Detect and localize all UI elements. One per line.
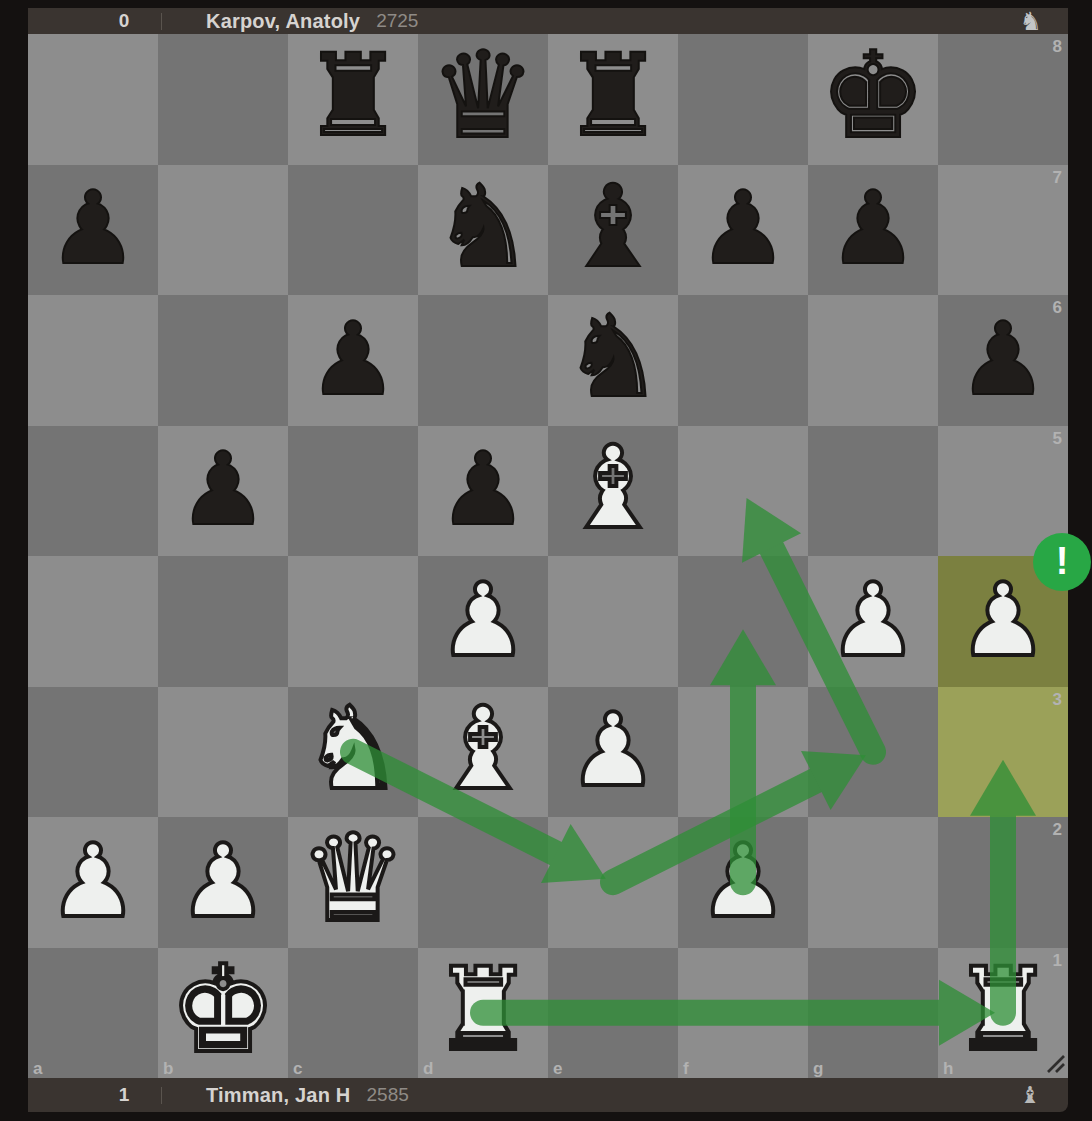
file-label-b: b bbox=[163, 1060, 173, 1077]
square-g2[interactable] bbox=[808, 817, 938, 948]
black-pawn: ♟ bbox=[48, 178, 139, 279]
white-rook: ♜ bbox=[432, 953, 534, 1067]
square-c5[interactable] bbox=[288, 426, 418, 557]
white-pawn: ♟ bbox=[568, 700, 659, 801]
top-player-score: 0 bbox=[116, 10, 132, 32]
square-a1[interactable]: a bbox=[28, 948, 158, 1079]
white-pawn: ♟ bbox=[178, 831, 269, 932]
bar-divider bbox=[161, 13, 162, 30]
square-a4[interactable] bbox=[28, 556, 158, 687]
square-d7[interactable]: ♞ bbox=[418, 165, 548, 296]
file-label-g: g bbox=[813, 1060, 823, 1077]
square-b6[interactable] bbox=[158, 295, 288, 426]
square-f3[interactable] bbox=[678, 687, 808, 818]
square-c7[interactable] bbox=[288, 165, 418, 296]
black-knight: ♞ bbox=[432, 170, 534, 284]
square-d5[interactable]: ♟ bbox=[418, 426, 548, 557]
rank-label-8: 8 bbox=[1053, 38, 1062, 55]
rank-label-3: 3 bbox=[1053, 691, 1062, 708]
square-b5[interactable]: ♟ bbox=[158, 426, 288, 557]
square-c6[interactable]: ♟ bbox=[288, 295, 418, 426]
black-bishop: ♝ bbox=[562, 170, 664, 284]
file-label-a: a bbox=[33, 1060, 42, 1077]
knight-icon[interactable]: ♞ bbox=[1020, 9, 1042, 34]
square-g5[interactable] bbox=[808, 426, 938, 557]
white-queen: ♛ bbox=[299, 819, 407, 939]
file-label-e: e bbox=[553, 1060, 562, 1077]
white-knight: ♞ bbox=[302, 692, 404, 806]
square-d6[interactable] bbox=[418, 295, 548, 426]
square-a7[interactable]: ♟ bbox=[28, 165, 158, 296]
square-g3[interactable] bbox=[808, 687, 938, 818]
black-rook: ♜ bbox=[302, 39, 404, 153]
black-knight: ♞ bbox=[562, 300, 664, 414]
square-d3[interactable]: ♝ bbox=[418, 687, 548, 818]
square-b7[interactable] bbox=[158, 165, 288, 296]
black-rook: ♜ bbox=[562, 39, 664, 153]
square-e3[interactable]: ♟ bbox=[548, 687, 678, 818]
square-f7[interactable]: ♟ bbox=[678, 165, 808, 296]
square-e1[interactable]: e bbox=[548, 948, 678, 1079]
square-g6[interactable] bbox=[808, 295, 938, 426]
white-pawn: ♟ bbox=[958, 570, 1049, 671]
bar-divider bbox=[161, 1087, 162, 1104]
white-pawn: ♟ bbox=[828, 570, 919, 671]
white-pawn: ♟ bbox=[48, 831, 139, 932]
square-e6[interactable]: ♞ bbox=[548, 295, 678, 426]
white-rook: ♜ bbox=[952, 953, 1054, 1067]
square-f5[interactable] bbox=[678, 426, 808, 557]
chessbase-board-window: 0 Karpov, Anatoly 2725 ♞ ♜♛♜♚8♟♞♝♟♟7♟♞♟6… bbox=[0, 0, 1092, 1121]
board-resize-handle[interactable] bbox=[1042, 1052, 1068, 1076]
square-b4[interactable] bbox=[158, 556, 288, 687]
square-c2[interactable]: ♛ bbox=[288, 817, 418, 948]
rank-label-1: 1 bbox=[1053, 952, 1062, 969]
square-c3[interactable]: ♞ bbox=[288, 687, 418, 818]
square-e4[interactable] bbox=[548, 556, 678, 687]
square-e7[interactable]: ♝ bbox=[548, 165, 678, 296]
square-b3[interactable] bbox=[158, 687, 288, 818]
good-move-badge: ! bbox=[1033, 533, 1091, 591]
white-pawn: ♟ bbox=[698, 831, 789, 932]
black-king: ♚ bbox=[819, 36, 927, 156]
square-b2[interactable]: ♟ bbox=[158, 817, 288, 948]
rank-label-5: 5 bbox=[1053, 430, 1062, 447]
black-pawn: ♟ bbox=[698, 178, 789, 279]
square-a3[interactable] bbox=[28, 687, 158, 818]
square-f1[interactable]: f bbox=[678, 948, 808, 1079]
white-bishop: ♝ bbox=[432, 692, 534, 806]
file-label-c: c bbox=[293, 1060, 302, 1077]
black-pawn: ♟ bbox=[308, 309, 399, 410]
file-label-f: f bbox=[683, 1060, 689, 1077]
square-h8[interactable]: 8 bbox=[938, 34, 1068, 165]
square-f6[interactable] bbox=[678, 295, 808, 426]
rank-label-7: 7 bbox=[1053, 169, 1062, 186]
black-pawn: ♟ bbox=[438, 439, 529, 540]
bottom-player-bar: 1 Timman, Jan H 2585 ♝ bbox=[28, 1078, 1068, 1112]
square-d8[interactable]: ♛ bbox=[418, 34, 548, 165]
white-king: ♚ bbox=[169, 950, 277, 1070]
bottom-player-name: Timman, Jan H bbox=[206, 1084, 351, 1107]
square-a2[interactable]: ♟ bbox=[28, 817, 158, 948]
square-a5[interactable] bbox=[28, 426, 158, 557]
square-h7[interactable]: 7 bbox=[938, 165, 1068, 296]
file-label-h: h bbox=[943, 1060, 953, 1077]
square-g1[interactable]: g bbox=[808, 948, 938, 1079]
square-g4[interactable]: ♟ bbox=[808, 556, 938, 687]
white-pawn: ♟ bbox=[438, 570, 529, 671]
chess-board: ♜♛♜♚8♟♞♝♟♟7♟♞♟6♟♟♝5♟♟♟4♞♝♟3♟♟♛♟2a♚bc♜def… bbox=[28, 34, 1068, 1078]
black-pawn: ♟ bbox=[178, 439, 269, 540]
square-b1[interactable]: ♚b bbox=[158, 948, 288, 1079]
square-e8[interactable]: ♜ bbox=[548, 34, 678, 165]
black-queen: ♛ bbox=[429, 36, 537, 156]
square-f2[interactable]: ♟ bbox=[678, 817, 808, 948]
square-g8[interactable]: ♚ bbox=[808, 34, 938, 165]
square-d2[interactable] bbox=[418, 817, 548, 948]
rank-label-6: 6 bbox=[1053, 299, 1062, 316]
rank-label-2: 2 bbox=[1053, 821, 1062, 838]
square-a6[interactable] bbox=[28, 295, 158, 426]
square-c8[interactable]: ♜ bbox=[288, 34, 418, 165]
square-f8[interactable] bbox=[678, 34, 808, 165]
square-f4[interactable] bbox=[678, 556, 808, 687]
square-d4[interactable]: ♟ bbox=[418, 556, 548, 687]
square-c1[interactable]: c bbox=[288, 948, 418, 1079]
square-h6[interactable]: ♟6 bbox=[938, 295, 1068, 426]
bishop-icon[interactable]: ♝ bbox=[1019, 1084, 1040, 1107]
square-e2[interactable] bbox=[548, 817, 678, 948]
white-bishop: ♝ bbox=[562, 431, 664, 545]
good-move-symbol: ! bbox=[1056, 542, 1069, 580]
bottom-player-rating: 2585 bbox=[367, 1084, 409, 1106]
square-c4[interactable] bbox=[288, 556, 418, 687]
black-pawn: ♟ bbox=[828, 178, 919, 279]
square-b8[interactable] bbox=[158, 34, 288, 165]
bottom-player-score: 1 bbox=[116, 1084, 132, 1106]
file-label-d: d bbox=[423, 1060, 433, 1077]
square-d1[interactable]: ♜d bbox=[418, 948, 548, 1079]
square-g7[interactable]: ♟ bbox=[808, 165, 938, 296]
square-a8[interactable] bbox=[28, 34, 158, 165]
square-h2[interactable]: 2 bbox=[938, 817, 1068, 948]
black-pawn: ♟ bbox=[958, 309, 1049, 410]
square-h3[interactable]: 3 bbox=[938, 687, 1068, 818]
square-e5[interactable]: ♝ bbox=[548, 426, 678, 557]
